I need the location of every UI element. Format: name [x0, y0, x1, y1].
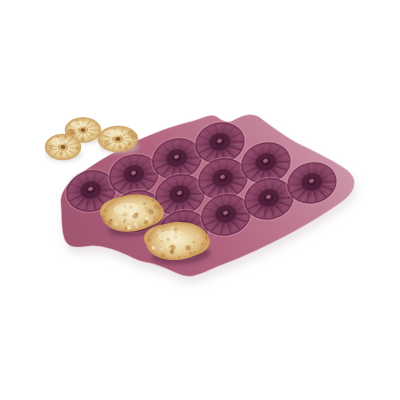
cake-highlight: [70, 121, 86, 128]
cake-toast-spot: [128, 142, 131, 145]
cake-toast-spot: [76, 146, 80, 150]
cake-center-hole: [115, 137, 120, 141]
cake-center-hole: [81, 128, 86, 132]
mini-bundt-cake: [45, 134, 82, 161]
cake-toast-spot: [128, 130, 134, 136]
cake-toast-spot: [59, 151, 63, 155]
cake-toast-spot: [124, 146, 129, 151]
cake-highlight: [50, 138, 66, 145]
scene-svg: [0, 0, 400, 400]
cake-center-hole: [61, 145, 66, 149]
cake-toast-spot: [49, 145, 53, 149]
cake-toast-spot: [104, 141, 109, 146]
cake-toast-spot: [81, 137, 85, 141]
mini-bundt-cake: [98, 126, 139, 153]
product-photo: [0, 0, 400, 400]
cake-highlight: [104, 130, 122, 137]
cake-toast-spot: [118, 145, 122, 149]
cake-toast-spot: [90, 134, 92, 136]
cake-toast-spot: [67, 131, 69, 133]
cake-toast-spot: [69, 129, 72, 132]
cake-toast-spot: [64, 136, 67, 139]
